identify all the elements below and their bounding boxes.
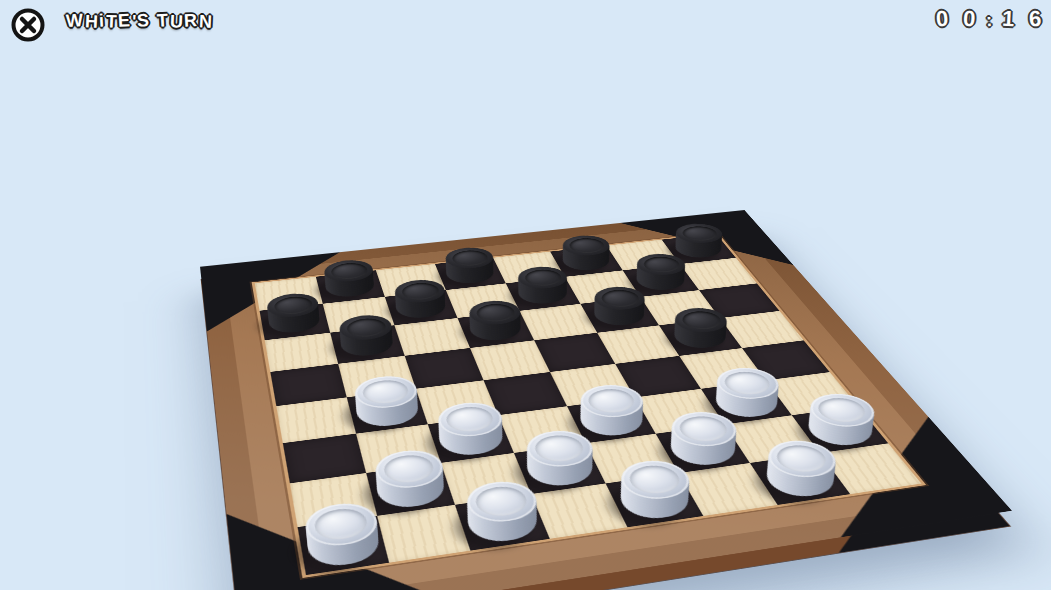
timer-digit: 6 (1028, 6, 1042, 33)
piece-white-b2[interactable] (372, 466, 448, 512)
close-button[interactable] (10, 7, 46, 43)
piece-white-c3[interactable] (434, 418, 508, 459)
timer-colon: : (985, 10, 992, 31)
close-icon (10, 7, 46, 43)
piece-white-f2[interactable] (662, 428, 743, 470)
turn-text-char: S (137, 10, 152, 32)
timer-digit: 1 (1001, 6, 1015, 33)
piece-white-c1[interactable] (461, 498, 542, 547)
board-3d-scene (200, 210, 1012, 590)
piece-white-g1[interactable] (757, 457, 843, 502)
piece-white-b4[interactable] (352, 392, 422, 431)
timer-digit: 0 (963, 6, 977, 33)
game-timer: 00:16 (921, 6, 1041, 32)
turn-indicator-text: WHiTE'S TURN (66, 11, 213, 32)
turn-text-char: T (157, 10, 171, 32)
hud: WHiTE'S TURN 00:16 (0, 0, 1051, 50)
turn-text-char: U (169, 11, 184, 33)
turn-text-char: E (117, 10, 132, 32)
turn-text-char: T (105, 11, 118, 33)
turn-text-char: H (84, 11, 99, 33)
piece-white-d2[interactable] (520, 447, 599, 491)
turn-text-char: N (198, 11, 213, 33)
turn-text-char: R (184, 10, 200, 32)
timer-digit: 0 (935, 6, 949, 33)
turn-text-char: W (65, 10, 85, 32)
piece-white-a1[interactable] (304, 520, 383, 571)
piece-white-e3[interactable] (573, 401, 649, 440)
